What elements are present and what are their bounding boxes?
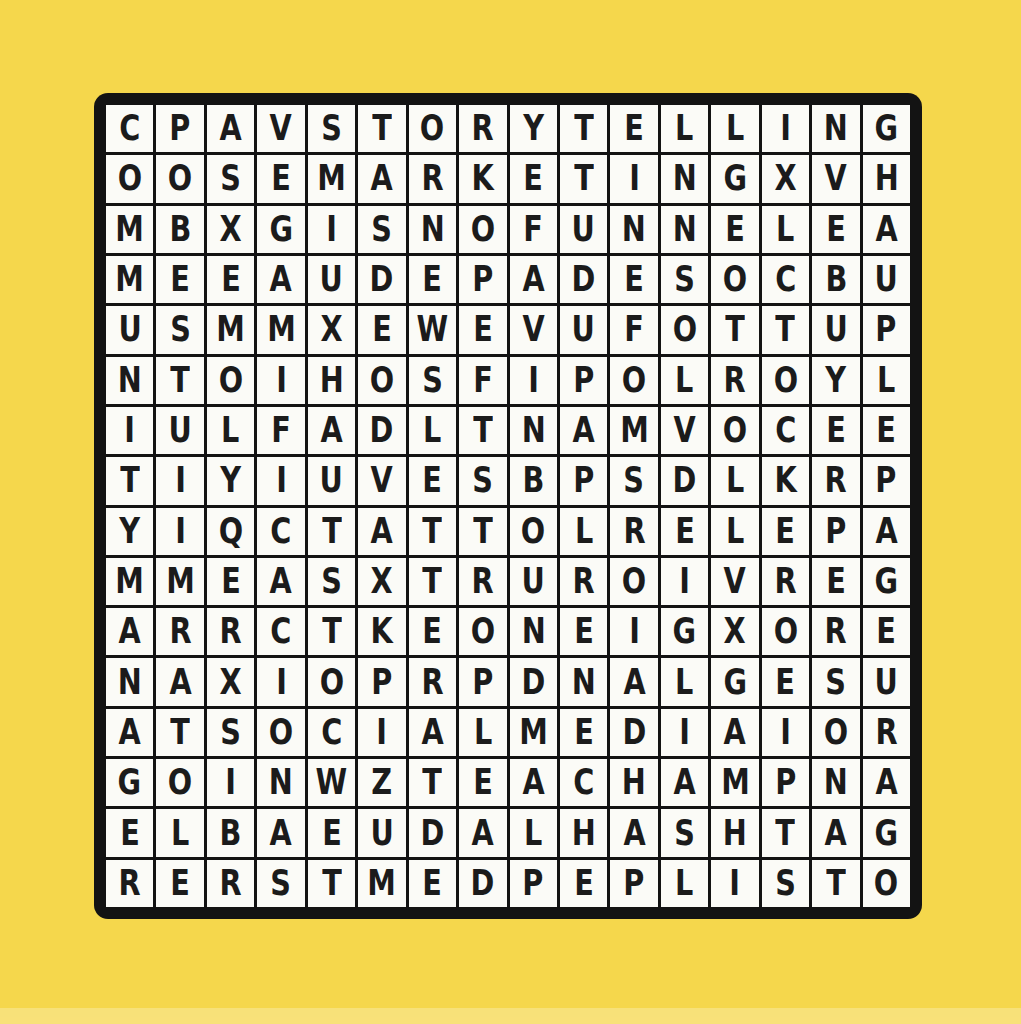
grid-cell-r8-c1[interactable]: T — [106, 457, 153, 504]
grid-cell-r8-c12[interactable]: D — [661, 457, 708, 504]
grid-cell-r10-c2[interactable]: M — [156, 558, 203, 605]
cell-letter: P — [472, 262, 493, 297]
grid-cell-r15-c4[interactable]: A — [257, 809, 304, 856]
grid-cell-r13-c5[interactable]: C — [308, 709, 355, 756]
grid-cell-r13-c2[interactable]: T — [156, 709, 203, 756]
grid-cell-r9-c9[interactable]: O — [510, 508, 557, 555]
grid-cell-r5-c2[interactable]: S — [156, 306, 203, 353]
grid-cell-r2-c10[interactable]: T — [560, 155, 607, 202]
grid-cell-r16-c8[interactable]: D — [459, 860, 506, 907]
grid-cell-r8-c8[interactable]: S — [459, 457, 506, 504]
grid-cell-r10-c9[interactable]: U — [510, 558, 557, 605]
grid-cell-r12-c2[interactable]: A — [156, 658, 203, 705]
cell-letter: P — [775, 765, 796, 800]
grid-cell-r5-c14[interactable]: T — [762, 306, 809, 353]
grid-cell-r10-c5[interactable]: S — [308, 558, 355, 605]
grid-cell-r13-c9[interactable]: M — [510, 709, 557, 756]
grid-cell-r1-c12[interactable]: L — [661, 105, 708, 152]
grid-cell-r15-c10[interactable]: H — [560, 809, 607, 856]
grid-cell-r11-c16[interactable]: E — [863, 608, 910, 655]
grid-cell-r4-c9[interactable]: A — [510, 256, 557, 303]
grid-cell-r5-c16[interactable]: P — [863, 306, 910, 353]
grid-cell-r3-c8[interactable]: O — [459, 206, 506, 253]
grid-cell-r8-c10[interactable]: P — [560, 457, 607, 504]
cell-letter: Y — [825, 363, 846, 398]
grid-cell-r2-c4[interactable]: E — [257, 155, 304, 202]
grid-cell-r6-c11[interactable]: O — [610, 357, 657, 404]
grid-cell-r2-c13[interactable]: G — [711, 155, 758, 202]
grid-cell-r10-c13[interactable]: V — [711, 558, 758, 605]
grid-cell-r6-c10[interactable]: P — [560, 357, 607, 404]
grid-cell-r4-c3[interactable]: E — [207, 256, 254, 303]
grid-cell-r12-c10[interactable]: N — [560, 658, 607, 705]
grid-cell-r13-c16[interactable]: R — [863, 709, 910, 756]
grid-cell-r8-c6[interactable]: V — [358, 457, 405, 504]
grid-cell-r15-c15[interactable]: A — [812, 809, 859, 856]
cell-letter: L — [675, 111, 693, 146]
grid-cell-r10-c4[interactable]: A — [257, 558, 304, 605]
cell-letter: O — [370, 363, 394, 398]
grid-cell-r10-c10[interactable]: R — [560, 558, 607, 605]
grid-cell-r8-c3[interactable]: Y — [207, 457, 254, 504]
grid-cell-r7-c5[interactable]: A — [308, 407, 355, 454]
grid-cell-r9-c7[interactable]: T — [409, 508, 456, 555]
grid-cell-r8-c11[interactable]: S — [610, 457, 657, 504]
grid-cell-r11-c1[interactable]: A — [106, 608, 153, 655]
grid-cell-r12-c12[interactable]: L — [661, 658, 708, 705]
grid-cell-r15-c3[interactable]: B — [207, 809, 254, 856]
grid-cell-r7-c14[interactable]: C — [762, 407, 809, 454]
grid-cell-r16-c4[interactable]: S — [257, 860, 304, 907]
grid-cell-r12-c11[interactable]: A — [610, 658, 657, 705]
grid-cell-r12-c9[interactable]: D — [510, 658, 557, 705]
grid-cell-r2-c9[interactable]: E — [510, 155, 557, 202]
grid-cell-r1-c1[interactable]: C — [106, 105, 153, 152]
grid-cell-r4-c13[interactable]: O — [711, 256, 758, 303]
grid-cell-r8-c4[interactable]: I — [257, 457, 304, 504]
grid-cell-r2-c2[interactable]: O — [156, 155, 203, 202]
grid-cell-r14-c1[interactable]: G — [106, 759, 153, 806]
grid-cell-r10-c7[interactable]: T — [409, 558, 456, 605]
grid-cell-r3-c6[interactable]: S — [358, 206, 405, 253]
grid-cell-r4-c2[interactable]: E — [156, 256, 203, 303]
grid-cell-r13-c7[interactable]: A — [409, 709, 456, 756]
grid-cell-r8-c15[interactable]: R — [812, 457, 859, 504]
grid-cell-r16-c5[interactable]: T — [308, 860, 355, 907]
cell-letter: L — [726, 463, 744, 498]
grid-cell-r5-c3[interactable]: M — [207, 306, 254, 353]
grid-cell-r11-c4[interactable]: C — [257, 608, 304, 655]
grid-cell-r2-c1[interactable]: O — [106, 155, 153, 202]
grid-cell-r1-c13[interactable]: L — [711, 105, 758, 152]
grid-cell-r16-c12[interactable]: L — [661, 860, 708, 907]
grid-cell-r14-c12[interactable]: A — [661, 759, 708, 806]
grid-cell-r4-c7[interactable]: E — [409, 256, 456, 303]
grid-cell-r3-c7[interactable]: N — [409, 206, 456, 253]
grid-cell-r5-c5[interactable]: X — [308, 306, 355, 353]
cell-letter: O — [622, 564, 646, 599]
grid-cell-r1-c4[interactable]: V — [257, 105, 304, 152]
grid-cell-r6-c4[interactable]: I — [257, 357, 304, 404]
grid-cell-r11-c8[interactable]: O — [459, 608, 506, 655]
grid-cell-r16-c2[interactable]: E — [156, 860, 203, 907]
grid-cell-r8-c7[interactable]: E — [409, 457, 456, 504]
grid-cell-r15-c7[interactable]: D — [409, 809, 456, 856]
cell-letter: R — [623, 514, 645, 549]
grid-cell-r15-c14[interactable]: T — [762, 809, 809, 856]
grid-cell-r11-c14[interactable]: O — [762, 608, 809, 655]
grid-cell-r14-c4[interactable]: N — [257, 759, 304, 806]
grid-cell-r8-c2[interactable]: I — [156, 457, 203, 504]
grid-cell-r4-c11[interactable]: E — [610, 256, 657, 303]
grid-cell-r3-c4[interactable]: G — [257, 206, 304, 253]
grid-cell-r5-c13[interactable]: T — [711, 306, 758, 353]
grid-cell-r9-c2[interactable]: I — [156, 508, 203, 555]
cell-letter: P — [876, 463, 897, 498]
grid-cell-r14-c8[interactable]: E — [459, 759, 506, 806]
grid-cell-r7-c1[interactable]: I — [106, 407, 153, 454]
grid-cell-r14-c15[interactable]: N — [812, 759, 859, 806]
grid-cell-r7-c2[interactable]: U — [156, 407, 203, 454]
grid-cell-r11-c11[interactable]: I — [610, 608, 657, 655]
grid-cell-r3-c3[interactable]: X — [207, 206, 254, 253]
grid-cell-r4-c6[interactable]: D — [358, 256, 405, 303]
grid-cell-r3-c16[interactable]: A — [863, 206, 910, 253]
grid-cell-r3-c2[interactable]: B — [156, 206, 203, 253]
grid-cell-r5-c11[interactable]: F — [610, 306, 657, 353]
grid-cell-r16-c9[interactable]: P — [510, 860, 557, 907]
cell-letter: E — [120, 816, 140, 851]
grid-cell-r7-c4[interactable]: F — [257, 407, 304, 454]
grid-cell-r11-c15[interactable]: R — [812, 608, 859, 655]
cell-letter: E — [574, 715, 594, 750]
grid-cell-r1-c11[interactable]: E — [610, 105, 657, 152]
grid-cell-r11-c5[interactable]: T — [308, 608, 355, 655]
cell-letter: E — [574, 866, 594, 901]
grid-cell-r7-c10[interactable]: A — [560, 407, 607, 454]
grid-cell-r3-c13[interactable]: E — [711, 206, 758, 253]
grid-cell-r6-c8[interactable]: F — [459, 357, 506, 404]
cell-letter: N — [269, 765, 293, 800]
grid-cell-r10-c8[interactable]: R — [459, 558, 506, 605]
grid-cell-r6-c12[interactable]: L — [661, 357, 708, 404]
grid-cell-r8-c5[interactable]: U — [308, 457, 355, 504]
grid-cell-r4-c1[interactable]: M — [106, 256, 153, 303]
grid-cell-r6-c1[interactable]: N — [106, 357, 153, 404]
grid-cell-r7-c12[interactable]: V — [661, 407, 708, 454]
cell-letter: R — [724, 363, 746, 398]
grid-cell-r6-c6[interactable]: O — [358, 357, 405, 404]
grid-cell-r16-c6[interactable]: M — [358, 860, 405, 907]
cell-letter: Y — [119, 514, 140, 549]
cell-letter: P — [371, 665, 392, 700]
grid-cell-r15-c16[interactable]: G — [863, 809, 910, 856]
grid-cell-r16-c16[interactable]: O — [863, 860, 910, 907]
grid-cell-r5-c7[interactable]: W — [409, 306, 456, 353]
grid-cell-r11-c7[interactable]: E — [409, 608, 456, 655]
grid-cell-r11-c12[interactable]: G — [661, 608, 708, 655]
grid-cell-r6-c5[interactable]: H — [308, 357, 355, 404]
cell-letter: N — [118, 363, 142, 398]
cell-letter: G — [874, 816, 898, 851]
grid-cell-r12-c16[interactable]: U — [863, 658, 910, 705]
grid-cell-r13-c13[interactable]: A — [711, 709, 758, 756]
cell-letter: N — [521, 413, 545, 448]
grid-cell-r1-c10[interactable]: T — [560, 105, 607, 152]
grid-cell-r14-c7[interactable]: T — [409, 759, 456, 806]
cell-letter: S — [826, 665, 847, 700]
grid-cell-r13-c15[interactable]: O — [812, 709, 859, 756]
grid-cell-r6-c2[interactable]: T — [156, 357, 203, 404]
grid-cell-r9-c15[interactable]: P — [812, 508, 859, 555]
grid-cell-r12-c1[interactable]: N — [106, 658, 153, 705]
grid-cell-r9-c6[interactable]: A — [358, 508, 405, 555]
grid-cell-r12-c5[interactable]: O — [308, 658, 355, 705]
grid-cell-r15-c8[interactable]: A — [459, 809, 506, 856]
grid-cell-r12-c4[interactable]: I — [257, 658, 304, 705]
grid-cell-r9-c13[interactable]: L — [711, 508, 758, 555]
grid-cell-r10-c14[interactable]: R — [762, 558, 809, 605]
grid-cell-r6-c3[interactable]: O — [207, 357, 254, 404]
grid-cell-r16-c14[interactable]: S — [762, 860, 809, 907]
cell-letter: A — [573, 413, 595, 448]
cell-letter: D — [471, 866, 495, 901]
cell-letter: G — [269, 212, 293, 247]
grid-cell-r16-c11[interactable]: P — [610, 860, 657, 907]
grid-cell-r10-c11[interactable]: O — [610, 558, 657, 605]
grid-cell-r1-c9[interactable]: Y — [510, 105, 557, 152]
cell-letter: E — [826, 212, 846, 247]
cell-letter: N — [622, 212, 646, 247]
grid-cell-r7-c8[interactable]: T — [459, 407, 506, 454]
grid-cell-r9-c10[interactable]: L — [560, 508, 607, 555]
grid-cell-r8-c9[interactable]: B — [510, 457, 557, 504]
grid-cell-r13-c14[interactable]: I — [762, 709, 809, 756]
grid-cell-r9-c4[interactable]: C — [257, 508, 304, 555]
grid-cell-r1-c2[interactable]: P — [156, 105, 203, 152]
grid-cell-r13-c8[interactable]: L — [459, 709, 506, 756]
grid-cell-r7-c6[interactable]: D — [358, 407, 405, 454]
grid-cell-r14-c14[interactable]: P — [762, 759, 809, 806]
grid-cell-r4-c5[interactable]: U — [308, 256, 355, 303]
grid-cell-r7-c7[interactable]: L — [409, 407, 456, 454]
grid-cell-r2-c8[interactable]: K — [459, 155, 506, 202]
grid-cell-r1-c16[interactable]: G — [863, 105, 910, 152]
grid-cell-r2-c6[interactable]: A — [358, 155, 405, 202]
grid-cell-r13-c3[interactable]: S — [207, 709, 254, 756]
grid-cell-r16-c10[interactable]: E — [560, 860, 607, 907]
grid-cell-r5-c10[interactable]: U — [560, 306, 607, 353]
grid-cell-r2-c12[interactable]: N — [661, 155, 708, 202]
grid-cell-r13-c11[interactable]: D — [610, 709, 657, 756]
grid-cell-r13-c12[interactable]: I — [661, 709, 708, 756]
grid-cell-r5-c15[interactable]: U — [812, 306, 859, 353]
grid-cell-r1-c14[interactable]: I — [762, 105, 809, 152]
grid-cell-r9-c16[interactable]: A — [863, 508, 910, 555]
grid-cell-r2-c15[interactable]: V — [812, 155, 859, 202]
grid-cell-r7-c9[interactable]: N — [510, 407, 557, 454]
cell-letter: E — [876, 413, 896, 448]
grid-cell-r5-c1[interactable]: U — [106, 306, 153, 353]
grid-cell-r11-c3[interactable]: R — [207, 608, 254, 655]
grid-cell-r6-c16[interactable]: L — [863, 357, 910, 404]
grid-cell-r2-c14[interactable]: X — [762, 155, 809, 202]
grid-cell-r15-c6[interactable]: U — [358, 809, 405, 856]
grid-cell-r4-c16[interactable]: U — [863, 256, 910, 303]
grid-cell-r1-c7[interactable]: O — [409, 105, 456, 152]
grid-cell-r15-c2[interactable]: L — [156, 809, 203, 856]
grid-cell-r9-c14[interactable]: E — [762, 508, 809, 555]
grid-cell-r9-c12[interactable]: E — [661, 508, 708, 555]
grid-cell-r10-c12[interactable]: I — [661, 558, 708, 605]
grid-cell-r4-c14[interactable]: C — [762, 256, 809, 303]
grid-cell-r4-c4[interactable]: A — [257, 256, 304, 303]
grid-cell-r12-c13[interactable]: G — [711, 658, 758, 705]
grid-cell-r6-c15[interactable]: Y — [812, 357, 859, 404]
cell-letter: N — [673, 212, 697, 247]
grid-cell-r7-c15[interactable]: E — [812, 407, 859, 454]
grid-cell-r6-c13[interactable]: R — [711, 357, 758, 404]
cell-letter: T — [372, 111, 392, 146]
grid-cell-r11-c10[interactable]: E — [560, 608, 607, 655]
cell-letter: A — [270, 564, 292, 599]
grid-cell-r4-c12[interactable]: S — [661, 256, 708, 303]
grid-cell-r4-c15[interactable]: B — [812, 256, 859, 303]
grid-cell-r1-c3[interactable]: A — [207, 105, 254, 152]
grid-cell-r11-c9[interactable]: N — [510, 608, 557, 655]
grid-cell-r16-c3[interactable]: R — [207, 860, 254, 907]
grid-cell-r3-c15[interactable]: E — [812, 206, 859, 253]
grid-cell-r15-c13[interactable]: H — [711, 809, 758, 856]
cell-letter: K — [371, 614, 393, 649]
cell-letter: B — [522, 463, 544, 498]
cell-letter: O — [218, 363, 242, 398]
grid-cell-r9-c3[interactable]: Q — [207, 508, 254, 555]
cell-letter: O — [773, 363, 797, 398]
grid-cell-r7-c11[interactable]: M — [610, 407, 657, 454]
grid-cell-r3-c5[interactable]: I — [308, 206, 355, 253]
grid-cell-r14-c9[interactable]: A — [510, 759, 557, 806]
grid-cell-r1-c5[interactable]: S — [308, 105, 355, 152]
cell-letter: E — [776, 665, 796, 700]
grid-cell-r7-c16[interactable]: E — [863, 407, 910, 454]
grid-cell-r8-c14[interactable]: K — [762, 457, 809, 504]
grid-cell-r14-c13[interactable]: M — [711, 759, 758, 806]
grid-cell-r9-c11[interactable]: R — [610, 508, 657, 555]
cell-letter: U — [572, 212, 595, 247]
grid-cell-r10-c15[interactable]: E — [812, 558, 859, 605]
grid-cell-r8-c16[interactable]: P — [863, 457, 910, 504]
grid-cell-r10-c16[interactable]: G — [863, 558, 910, 605]
grid-cell-r4-c8[interactable]: P — [459, 256, 506, 303]
grid-cell-r9-c8[interactable]: T — [459, 508, 506, 555]
grid-cell-r6-c7[interactable]: S — [409, 357, 456, 404]
grid-cell-r13-c4[interactable]: O — [257, 709, 304, 756]
grid-cell-r14-c10[interactable]: C — [560, 759, 607, 806]
grid-cell-r2-c5[interactable]: M — [308, 155, 355, 202]
grid-cell-r7-c3[interactable]: L — [207, 407, 254, 454]
grid-cell-r16-c13[interactable]: I — [711, 860, 758, 907]
grid-cell-r15-c1[interactable]: E — [106, 809, 153, 856]
grid-cell-r14-c3[interactable]: I — [207, 759, 254, 806]
grid-cell-r2-c11[interactable]: I — [610, 155, 657, 202]
grid-cell-r11-c2[interactable]: R — [156, 608, 203, 655]
grid-cell-r12-c7[interactable]: R — [409, 658, 456, 705]
cell-letter: L — [726, 514, 744, 549]
grid-cell-r12-c3[interactable]: X — [207, 658, 254, 705]
grid-cell-r15-c5[interactable]: E — [308, 809, 355, 856]
grid-cell-r16-c7[interactable]: E — [409, 860, 456, 907]
grid-cell-r12-c14[interactable]: E — [762, 658, 809, 705]
grid-cell-r1-c8[interactable]: R — [459, 105, 506, 152]
grid-cell-r14-c11[interactable]: H — [610, 759, 657, 806]
cell-letter: O — [420, 111, 444, 146]
grid-cell-r14-c6[interactable]: Z — [358, 759, 405, 806]
grid-cell-r5-c4[interactable]: M — [257, 306, 304, 353]
grid-cell-r16-c1[interactable]: R — [106, 860, 153, 907]
grid-cell-r2-c3[interactable]: S — [207, 155, 254, 202]
grid-cell-r2-c16[interactable]: H — [863, 155, 910, 202]
grid-cell-r5-c9[interactable]: V — [510, 306, 557, 353]
grid-cell-r3-c1[interactable]: M — [106, 206, 153, 253]
grid-cell-r2-c7[interactable]: R — [409, 155, 456, 202]
cell-letter: R — [472, 564, 494, 599]
grid-cell-r11-c13[interactable]: X — [711, 608, 758, 655]
grid-cell-r12-c8[interactable]: P — [459, 658, 506, 705]
grid-cell-r3-c10[interactable]: U — [560, 206, 607, 253]
grid-cell-r13-c1[interactable]: A — [106, 709, 153, 756]
grid-cell-r9-c1[interactable]: Y — [106, 508, 153, 555]
grid-cell-r15-c11[interactable]: A — [610, 809, 657, 856]
grid-cell-r4-c10[interactable]: D — [560, 256, 607, 303]
grid-cell-r1-c6[interactable]: T — [358, 105, 405, 152]
grid-cell-r3-c12[interactable]: N — [661, 206, 708, 253]
grid-cell-r3-c14[interactable]: L — [762, 206, 809, 253]
grid-cell-r12-c6[interactable]: P — [358, 658, 405, 705]
cell-letter: M — [721, 765, 750, 800]
cell-letter: G — [874, 564, 898, 599]
grid-cell-r14-c16[interactable]: A — [863, 759, 910, 806]
grid-cell-r15-c9[interactable]: L — [510, 809, 557, 856]
grid-cell-r5-c6[interactable]: E — [358, 306, 405, 353]
grid-cell-r3-c11[interactable]: N — [610, 206, 657, 253]
grid-cell-r16-c15[interactable]: T — [812, 860, 859, 907]
letter-grid: CPAVSTORYTELLINGOOSEMARKETINGXVHMBXGISNO… — [106, 105, 910, 907]
grid-cell-r13-c6[interactable]: I — [358, 709, 405, 756]
grid-cell-r10-c6[interactable]: X — [358, 558, 405, 605]
grid-cell-r1-c15[interactable]: N — [812, 105, 859, 152]
grid-cell-r11-c6[interactable]: K — [358, 608, 405, 655]
cell-letter: B — [220, 816, 242, 851]
grid-cell-r6-c9[interactable]: I — [510, 357, 557, 404]
grid-cell-r10-c3[interactable]: E — [207, 558, 254, 605]
grid-cell-r5-c12[interactable]: O — [661, 306, 708, 353]
grid-cell-r8-c13[interactable]: L — [711, 457, 758, 504]
grid-cell-r14-c2[interactable]: O — [156, 759, 203, 806]
grid-cell-r15-c12[interactable]: S — [661, 809, 708, 856]
grid-cell-r5-c8[interactable]: E — [459, 306, 506, 353]
grid-cell-r10-c1[interactable]: M — [106, 558, 153, 605]
grid-cell-r6-c14[interactable]: O — [762, 357, 809, 404]
grid-cell-r14-c5[interactable]: W — [308, 759, 355, 806]
grid-cell-r7-c13[interactable]: O — [711, 407, 758, 454]
grid-cell-r12-c15[interactable]: S — [812, 658, 859, 705]
grid-cell-r9-c5[interactable]: T — [308, 508, 355, 555]
cell-letter: T — [473, 514, 493, 549]
grid-cell-r13-c10[interactable]: E — [560, 709, 607, 756]
grid-cell-r3-c9[interactable]: F — [510, 206, 557, 253]
cell-letter: T — [776, 816, 796, 851]
